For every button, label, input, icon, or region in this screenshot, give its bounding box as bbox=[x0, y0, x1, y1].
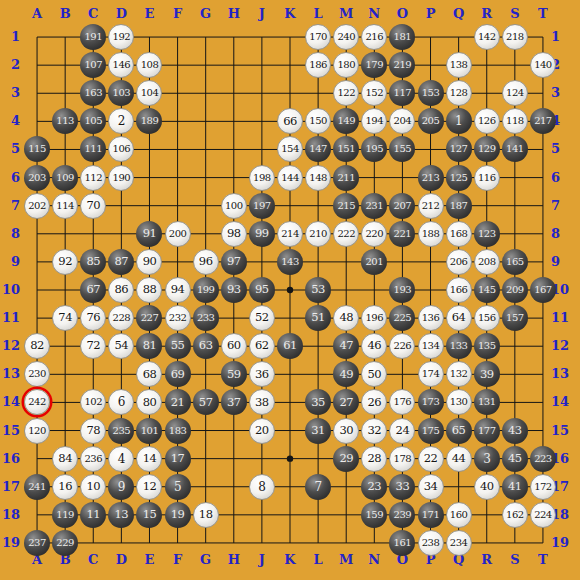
stone-black[interactable]: 203 bbox=[24, 165, 50, 191]
move-number: 31 bbox=[311, 425, 325, 437]
stone-black[interactable]: 63 bbox=[193, 333, 219, 359]
stone-white[interactable]: 116 bbox=[474, 165, 500, 191]
stone-black[interactable]: 213 bbox=[418, 165, 444, 191]
stone-white[interactable]: 82 bbox=[24, 333, 50, 359]
move-number: 228 bbox=[113, 313, 131, 323]
stone-white[interactable]: 170 bbox=[305, 24, 331, 50]
stone-white[interactable]: 12 bbox=[136, 474, 162, 500]
move-number: 118 bbox=[506, 116, 524, 126]
move-number: 183 bbox=[169, 426, 187, 436]
move-number: 92 bbox=[58, 256, 72, 268]
stone-black[interactable]: 111 bbox=[80, 136, 106, 162]
stone-white[interactable]: 120 bbox=[24, 418, 50, 444]
coordinate-label: 6 bbox=[0, 170, 20, 186]
move-number: 162 bbox=[506, 510, 524, 520]
stone-white[interactable]: 84 bbox=[52, 446, 78, 472]
stone-white[interactable]: 104 bbox=[136, 80, 162, 106]
stone-white[interactable]: 232 bbox=[165, 305, 191, 331]
stone-white[interactable]: 162 bbox=[502, 502, 528, 528]
move-number: 215 bbox=[337, 201, 355, 211]
stone-black[interactable]: 219 bbox=[389, 52, 415, 78]
stone-black[interactable]: 147 bbox=[305, 136, 331, 162]
stone-white[interactable]: 118 bbox=[502, 108, 528, 134]
coordinate-label: G bbox=[195, 6, 217, 22]
stone-white[interactable]: 198 bbox=[249, 165, 275, 191]
stone-white[interactable]: 66 bbox=[277, 108, 303, 134]
stone-black[interactable]: 159 bbox=[361, 502, 387, 528]
move-number: 66 bbox=[283, 116, 297, 128]
stone-white[interactable]: 64 bbox=[446, 305, 472, 331]
move-number: 17 bbox=[171, 453, 185, 465]
stone-black[interactable]: 177 bbox=[474, 418, 500, 444]
stone-black[interactable]: 237 bbox=[24, 530, 50, 556]
stone-white[interactable]: 4 bbox=[108, 446, 134, 472]
stone-black[interactable]: 127 bbox=[446, 136, 472, 162]
move-number: 181 bbox=[394, 32, 412, 42]
move-number: 150 bbox=[309, 116, 327, 126]
move-number: 101 bbox=[141, 426, 159, 436]
stone-black[interactable]: 157 bbox=[502, 305, 528, 331]
stone-white[interactable]: 218 bbox=[502, 24, 528, 50]
stone-black[interactable]: 133 bbox=[446, 333, 472, 359]
move-number: 97 bbox=[227, 256, 241, 268]
stone-black[interactable]: 21 bbox=[165, 389, 191, 415]
stone-white[interactable]: 78 bbox=[80, 418, 106, 444]
move-number: 10 bbox=[86, 481, 100, 493]
stone-white[interactable]: 20 bbox=[249, 418, 275, 444]
stone-white[interactable]: 192 bbox=[108, 24, 134, 50]
stone-black[interactable]: 113 bbox=[52, 108, 78, 134]
stone-white[interactable]: 220 bbox=[361, 221, 387, 247]
move-number: 187 bbox=[450, 201, 468, 211]
stone-white[interactable]: 86 bbox=[108, 277, 134, 303]
stone-white[interactable]: 140 bbox=[530, 52, 556, 78]
stone-black[interactable]: 197 bbox=[249, 193, 275, 219]
move-number: 108 bbox=[141, 60, 159, 70]
stone-black[interactable]: 7 bbox=[305, 474, 331, 500]
stone-black[interactable]: 55 bbox=[165, 333, 191, 359]
move-number: 222 bbox=[337, 229, 355, 239]
stone-white[interactable]: 68 bbox=[136, 361, 162, 387]
stone-black[interactable]: 57 bbox=[193, 389, 219, 415]
stone-white[interactable]: 2 bbox=[108, 108, 134, 134]
stone-black[interactable]: 33 bbox=[389, 474, 415, 500]
stone-black[interactable]: 155 bbox=[389, 136, 415, 162]
stone-white[interactable]: 30 bbox=[333, 418, 359, 444]
stone-black[interactable]: 81 bbox=[136, 333, 162, 359]
stone-white[interactable]: 166 bbox=[446, 277, 472, 303]
stone-white[interactable]: 34 bbox=[418, 474, 444, 500]
stone-black[interactable]: 17 bbox=[165, 446, 191, 472]
move-number: 88 bbox=[143, 284, 157, 296]
stone-black[interactable]: 223 bbox=[530, 446, 556, 472]
stone-black[interactable]: 123 bbox=[474, 221, 500, 247]
stone-black[interactable]: 51 bbox=[305, 305, 331, 331]
move-number: 231 bbox=[366, 201, 384, 211]
stone-black[interactable]: 135 bbox=[474, 333, 500, 359]
move-number: 103 bbox=[113, 88, 131, 98]
stone-white[interactable]: 24 bbox=[389, 418, 415, 444]
stone-white[interactable]: 224 bbox=[530, 502, 556, 528]
stone-black[interactable]: 69 bbox=[165, 361, 191, 387]
stone-black[interactable]: 231 bbox=[361, 193, 387, 219]
move-number: 156 bbox=[478, 313, 496, 323]
stone-white[interactable]: 138 bbox=[446, 52, 472, 78]
stone-black[interactable]: 39 bbox=[474, 361, 500, 387]
stone-black[interactable]: 225 bbox=[389, 305, 415, 331]
stone-white[interactable]: 32 bbox=[361, 418, 387, 444]
stone-white[interactable]: 8 bbox=[249, 474, 275, 500]
stone-white[interactable]: 92 bbox=[52, 249, 78, 275]
move-number: 230 bbox=[28, 369, 46, 379]
stone-black[interactable]: 195 bbox=[361, 136, 387, 162]
move-number: 55 bbox=[171, 340, 185, 352]
coordinate-label: H bbox=[223, 6, 245, 22]
stone-black[interactable]: 183 bbox=[165, 418, 191, 444]
stone-white[interactable]: 128 bbox=[446, 80, 472, 106]
stone-black[interactable]: 151 bbox=[333, 136, 359, 162]
stone-white[interactable]: 178 bbox=[389, 446, 415, 472]
stone-black[interactable]: 13 bbox=[108, 502, 134, 528]
stone-black[interactable]: 239 bbox=[389, 502, 415, 528]
stone-black[interactable]: 3 bbox=[474, 446, 500, 472]
stone-white[interactable]: 230 bbox=[24, 361, 50, 387]
stone-black[interactable]: 43 bbox=[502, 418, 528, 444]
stone-white[interactable]: 70 bbox=[80, 193, 106, 219]
stone-white[interactable]: 190 bbox=[108, 165, 134, 191]
stone-white[interactable]: 194 bbox=[361, 108, 387, 134]
stone-black[interactable]: 1 bbox=[446, 108, 472, 134]
stone-white[interactable]: 214 bbox=[277, 221, 303, 247]
stone-black[interactable]: 95 bbox=[249, 277, 275, 303]
stone-black[interactable]: 53 bbox=[305, 277, 331, 303]
coordinate-label: 5 bbox=[0, 141, 20, 157]
move-number: 40 bbox=[480, 481, 494, 493]
stone-white[interactable]: 186 bbox=[305, 52, 331, 78]
move-number: 189 bbox=[141, 116, 159, 126]
stone-white[interactable]: 46 bbox=[361, 333, 387, 359]
stone-white[interactable]: 60 bbox=[221, 333, 247, 359]
stone-white[interactable]: 222 bbox=[333, 221, 359, 247]
move-number: 136 bbox=[422, 313, 440, 323]
stone-white[interactable]: 132 bbox=[446, 361, 472, 387]
stone-black[interactable]: 201 bbox=[361, 249, 387, 275]
stone-black[interactable]: 125 bbox=[446, 165, 472, 191]
stone-black[interactable]: 241 bbox=[24, 474, 50, 500]
move-number: 205 bbox=[422, 116, 440, 126]
stone-white[interactable]: 196 bbox=[361, 305, 387, 331]
stone-white[interactable]: 114 bbox=[52, 193, 78, 219]
stone-white[interactable]: 44 bbox=[446, 446, 472, 472]
stone-white[interactable]: 50 bbox=[361, 361, 387, 387]
stone-black[interactable]: 59 bbox=[221, 361, 247, 387]
stone-white[interactable]: 148 bbox=[305, 165, 331, 191]
stone-white[interactable]: 228 bbox=[108, 305, 134, 331]
stone-white[interactable]: 74 bbox=[52, 305, 78, 331]
move-number: 106 bbox=[113, 144, 131, 154]
stone-black[interactable]: 99 bbox=[249, 221, 275, 247]
stone-white[interactable]: 122 bbox=[333, 80, 359, 106]
stone-white[interactable]: 124 bbox=[502, 80, 528, 106]
move-number: 127 bbox=[450, 144, 468, 154]
stone-black[interactable]: 117 bbox=[389, 80, 415, 106]
move-number: 142 bbox=[478, 32, 496, 42]
coordinate-label: R bbox=[476, 6, 498, 22]
stone-white[interactable]: 150 bbox=[305, 108, 331, 134]
stone-black[interactable]: 87 bbox=[108, 249, 134, 275]
stone-black[interactable]: 101 bbox=[136, 418, 162, 444]
stone-white[interactable]: 88 bbox=[136, 277, 162, 303]
move-number: 59 bbox=[227, 369, 241, 381]
stone-black[interactable]: 211 bbox=[333, 165, 359, 191]
stone-black[interactable]: 47 bbox=[333, 333, 359, 359]
stone-white[interactable]: 52 bbox=[249, 305, 275, 331]
stone-black[interactable]: 141 bbox=[502, 136, 528, 162]
stone-white[interactable]: 240 bbox=[333, 24, 359, 50]
stone-black[interactable]: 97 bbox=[221, 249, 247, 275]
stone-black[interactable]: 191 bbox=[80, 24, 106, 50]
move-number: 117 bbox=[394, 88, 412, 98]
coordinate-label: T bbox=[532, 6, 554, 22]
stone-white[interactable]: 210 bbox=[305, 221, 331, 247]
stone-white[interactable]: 134 bbox=[418, 333, 444, 359]
stone-black[interactable]: 65 bbox=[446, 418, 472, 444]
stone-black[interactable]: 165 bbox=[502, 249, 528, 275]
move-number: 8 bbox=[258, 481, 265, 493]
move-number: 190 bbox=[113, 173, 131, 183]
move-number: 82 bbox=[30, 340, 44, 352]
stone-white[interactable]: 146 bbox=[108, 52, 134, 78]
move-number: 196 bbox=[366, 313, 384, 323]
move-number: 138 bbox=[450, 60, 468, 70]
stone-white[interactable]: 172 bbox=[530, 474, 556, 500]
stone-black[interactable]: 217 bbox=[530, 108, 556, 134]
stone-black[interactable]: 85 bbox=[80, 249, 106, 275]
stone-white[interactable]: 40 bbox=[474, 474, 500, 500]
coordinate-label: B bbox=[54, 6, 76, 22]
stone-white[interactable]: 106 bbox=[108, 136, 134, 162]
stone-black[interactable]: 215 bbox=[333, 193, 359, 219]
stone-black[interactable]: 119 bbox=[52, 502, 78, 528]
stone-black[interactable]: 11 bbox=[80, 502, 106, 528]
stone-white[interactable]: 14 bbox=[136, 446, 162, 472]
stone-black[interactable]: 189 bbox=[136, 108, 162, 134]
stone-black[interactable]: 23 bbox=[361, 474, 387, 500]
stone-white[interactable]: 236 bbox=[80, 446, 106, 472]
stone-black[interactable]: 235 bbox=[108, 418, 134, 444]
stone-black[interactable]: 153 bbox=[418, 80, 444, 106]
stone-black[interactable]: 161 bbox=[389, 530, 415, 556]
stone-black[interactable]: 181 bbox=[389, 24, 415, 50]
move-number: 128 bbox=[450, 88, 468, 98]
stone-black[interactable]: 67 bbox=[80, 277, 106, 303]
stone-white[interactable]: 26 bbox=[361, 389, 387, 415]
stone-white[interactable]: 160 bbox=[446, 502, 472, 528]
move-number: 233 bbox=[197, 313, 215, 323]
stone-black[interactable]: 115 bbox=[24, 136, 50, 162]
stone-black[interactable]: 163 bbox=[80, 80, 106, 106]
move-number: 135 bbox=[478, 341, 496, 351]
stone-black[interactable]: 45 bbox=[502, 446, 528, 472]
stone-white[interactable]: 202 bbox=[24, 193, 50, 219]
stone-black[interactable]: 109 bbox=[52, 165, 78, 191]
stone-black[interactable]: 49 bbox=[333, 361, 359, 387]
stone-black[interactable]: 205 bbox=[418, 108, 444, 134]
stone-black[interactable]: 187 bbox=[446, 193, 472, 219]
stone-white[interactable]: 36 bbox=[249, 361, 275, 387]
coordinate-label: N bbox=[363, 6, 385, 22]
stone-white[interactable]: 212 bbox=[418, 193, 444, 219]
stone-black[interactable]: 91 bbox=[136, 221, 162, 247]
move-number: 200 bbox=[169, 229, 187, 239]
stone-black[interactable]: 105 bbox=[80, 108, 106, 134]
move-number: 68 bbox=[143, 369, 157, 381]
stone-white[interactable]: 156 bbox=[474, 305, 500, 331]
stone-white[interactable]: 22 bbox=[418, 446, 444, 472]
stone-black[interactable]: 31 bbox=[305, 418, 331, 444]
stone-white[interactable]: 54 bbox=[108, 333, 134, 359]
move-number: 155 bbox=[394, 144, 412, 154]
move-number: 234 bbox=[450, 538, 468, 548]
stone-white[interactable]: 94 bbox=[165, 277, 191, 303]
stone-black[interactable]: 41 bbox=[502, 474, 528, 500]
move-number: 224 bbox=[534, 510, 552, 520]
stone-black[interactable]: 129 bbox=[474, 136, 500, 162]
move-number: 36 bbox=[255, 369, 269, 381]
move-number: 177 bbox=[478, 426, 496, 436]
stone-black[interactable]: 131 bbox=[474, 389, 500, 415]
stone-black[interactable]: 93 bbox=[221, 277, 247, 303]
stone-black[interactable]: 37 bbox=[221, 389, 247, 415]
stone-black[interactable]: 103 bbox=[108, 80, 134, 106]
stone-black[interactable]: 35 bbox=[305, 389, 331, 415]
stone-black[interactable]: 145 bbox=[474, 277, 500, 303]
move-number: 9 bbox=[118, 481, 125, 493]
stone-white[interactable]: 176 bbox=[389, 389, 415, 415]
stone-white[interactable]: 18 bbox=[193, 502, 219, 528]
stone-black[interactable]: 29 bbox=[333, 446, 359, 472]
stone-white[interactable]: 204 bbox=[389, 108, 415, 134]
stone-white[interactable]: 168 bbox=[446, 221, 472, 247]
stone-black[interactable]: 209 bbox=[502, 277, 528, 303]
stone-white[interactable]: 216 bbox=[361, 24, 387, 50]
move-number: 218 bbox=[506, 32, 524, 42]
move-number: 81 bbox=[143, 340, 157, 352]
stone-white[interactable]: 62 bbox=[249, 333, 275, 359]
stone-white[interactable]: 226 bbox=[389, 333, 415, 359]
stone-white[interactable]: 144 bbox=[277, 165, 303, 191]
stone-black[interactable]: 233 bbox=[193, 305, 219, 331]
stone-white[interactable]: 80 bbox=[136, 389, 162, 415]
stone-white[interactable]: 28 bbox=[361, 446, 387, 472]
stone-white[interactable]: 90 bbox=[136, 249, 162, 275]
stone-black[interactable]: 5 bbox=[165, 474, 191, 500]
move-number: 221 bbox=[394, 229, 412, 239]
stone-white[interactable]: 188 bbox=[418, 221, 444, 247]
stone-white[interactable]: 98 bbox=[221, 221, 247, 247]
stone-black[interactable]: 167 bbox=[530, 277, 556, 303]
stone-white[interactable]: 112 bbox=[80, 165, 106, 191]
stone-white[interactable]: 234 bbox=[446, 530, 472, 556]
stone-black[interactable]: 227 bbox=[136, 305, 162, 331]
stone-black[interactable]: 221 bbox=[389, 221, 415, 247]
stone-black[interactable]: 107 bbox=[80, 52, 106, 78]
go-board-grid: 1911921702402161811422181071461081861801… bbox=[23, 23, 557, 557]
stone-black[interactable]: 9 bbox=[108, 474, 134, 500]
stone-black[interactable]: 175 bbox=[418, 418, 444, 444]
stone-black[interactable]: 199 bbox=[193, 277, 219, 303]
move-number: 201 bbox=[366, 257, 384, 267]
stone-white[interactable]: 206 bbox=[446, 249, 472, 275]
stone-black[interactable]: 171 bbox=[418, 502, 444, 528]
move-number: 70 bbox=[86, 200, 100, 212]
stone-white[interactable]: 76 bbox=[80, 305, 106, 331]
stone-white[interactable]: 108 bbox=[136, 52, 162, 78]
move-number: 130 bbox=[450, 397, 468, 407]
stone-white[interactable]: 238 bbox=[418, 530, 444, 556]
stone-white[interactable]: 16 bbox=[52, 474, 78, 500]
stone-white[interactable]: 152 bbox=[361, 80, 387, 106]
stone-white[interactable]: 96 bbox=[193, 249, 219, 275]
move-number: 15 bbox=[143, 509, 157, 521]
move-number: 125 bbox=[450, 173, 468, 183]
stone-white[interactable]: 126 bbox=[474, 108, 500, 134]
stone-white[interactable]: 102 bbox=[80, 389, 106, 415]
move-number: 123 bbox=[478, 229, 496, 239]
move-number: 20 bbox=[255, 425, 269, 437]
stone-black[interactable]: 207 bbox=[389, 193, 415, 219]
move-number: 37 bbox=[227, 397, 241, 409]
stone-white[interactable]: 180 bbox=[333, 52, 359, 78]
stone-white[interactable]: 38 bbox=[249, 389, 275, 415]
stone-white[interactable]: 200 bbox=[165, 221, 191, 247]
move-number: 104 bbox=[141, 88, 159, 98]
stone-black[interactable]: 15 bbox=[136, 502, 162, 528]
move-number: 49 bbox=[339, 369, 353, 381]
stone-white[interactable]: 130 bbox=[446, 389, 472, 415]
stone-white[interactable]: 154 bbox=[277, 136, 303, 162]
move-number: 217 bbox=[534, 116, 552, 126]
stone-white-last-move[interactable]: 242 bbox=[24, 389, 50, 415]
stone-white[interactable]: 174 bbox=[418, 361, 444, 387]
stone-white[interactable]: 208 bbox=[474, 249, 500, 275]
stone-black[interactable]: 27 bbox=[333, 389, 359, 415]
move-number: 44 bbox=[452, 453, 466, 465]
stone-white[interactable]: 6 bbox=[108, 389, 134, 415]
stone-black[interactable]: 229 bbox=[52, 530, 78, 556]
stone-black[interactable]: 149 bbox=[333, 108, 359, 134]
stone-white[interactable]: 136 bbox=[418, 305, 444, 331]
stone-white[interactable]: 48 bbox=[333, 305, 359, 331]
stone-white[interactable]: 100 bbox=[221, 193, 247, 219]
move-number: 165 bbox=[506, 257, 524, 267]
move-number: 30 bbox=[339, 425, 353, 437]
stone-white[interactable]: 10 bbox=[80, 474, 106, 500]
stone-white[interactable]: 72 bbox=[80, 333, 106, 359]
stone-black[interactable]: 61 bbox=[277, 333, 303, 359]
stone-black[interactable]: 193 bbox=[389, 277, 415, 303]
stone-black[interactable]: 143 bbox=[277, 249, 303, 275]
stone-black[interactable]: 173 bbox=[418, 389, 444, 415]
move-number: 159 bbox=[366, 510, 384, 520]
stone-white[interactable]: 142 bbox=[474, 24, 500, 50]
move-number: 43 bbox=[508, 425, 522, 437]
move-number: 99 bbox=[255, 228, 269, 240]
stone-black[interactable]: 19 bbox=[165, 502, 191, 528]
move-number: 111 bbox=[84, 144, 102, 154]
stone-black[interactable]: 179 bbox=[361, 52, 387, 78]
move-number: 219 bbox=[394, 60, 412, 70]
